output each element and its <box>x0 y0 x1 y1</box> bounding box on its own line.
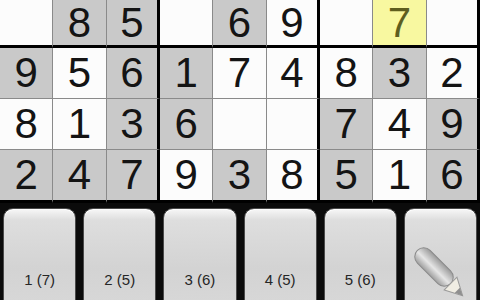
cell-r6c4[interactable] <box>160 0 213 48</box>
digit-button-label: 4 (5) <box>245 271 316 288</box>
cell-r9c7[interactable]: 5 <box>320 150 373 203</box>
cell-r6c9[interactable] <box>427 0 480 48</box>
cell-r9c3[interactable]: 7 <box>107 150 160 203</box>
cell-r6c6[interactable]: 9 <box>267 0 320 48</box>
digit-button-label: 2 (5) <box>84 271 155 288</box>
digit-button-2[interactable]: 2 (5) <box>83 208 156 300</box>
cell-r8c9[interactable]: 9 <box>427 99 480 150</box>
cell-r7c3[interactable]: 6 <box>107 48 160 99</box>
cell-r8c8[interactable]: 4 <box>373 99 426 150</box>
cell-r9c2[interactable]: 4 <box>53 150 106 203</box>
cell-r6c2[interactable]: 8 <box>53 0 106 48</box>
cell-r6c5[interactable]: 6 <box>213 0 266 48</box>
cell-r8c3[interactable]: 3 <box>107 99 160 150</box>
digit-button-3[interactable]: 3 (6) <box>163 208 236 300</box>
cell-r6c8[interactable]: 7 <box>373 0 426 48</box>
digit-button-4[interactable]: 4 (5) <box>244 208 317 300</box>
cell-r6c1[interactable] <box>0 0 53 48</box>
digit-button-label: 5 (6) <box>325 271 396 288</box>
cell-r8c7[interactable]: 7 <box>320 99 373 150</box>
cell-r6c7[interactable] <box>320 0 373 48</box>
cell-r8c1[interactable]: 8 <box>0 99 53 150</box>
cell-r6c3[interactable]: 5 <box>107 0 160 48</box>
cell-r9c1[interactable]: 2 <box>0 150 53 203</box>
number-keypad: 1 (7)2 (5)3 (6)4 (5)5 (6) <box>0 203 480 300</box>
cell-r7c1[interactable]: 9 <box>0 48 53 99</box>
cell-r7c8[interactable]: 3 <box>373 48 426 99</box>
cell-r8c5[interactable] <box>213 99 266 150</box>
cell-r9c4[interactable]: 9 <box>160 150 213 203</box>
digit-button-1[interactable]: 1 (7) <box>3 208 76 300</box>
cell-r7c9[interactable]: 2 <box>427 48 480 99</box>
sudoku-app-screen: 856979561748328136749247938516 1 (7)2 (5… <box>0 0 480 300</box>
cell-r7c6[interactable]: 4 <box>267 48 320 99</box>
digit-button-label: 1 (7) <box>4 271 75 288</box>
digit-button-label: 3 (6) <box>164 271 235 288</box>
cell-r7c2[interactable]: 5 <box>53 48 106 99</box>
pencil-icon <box>408 241 472 300</box>
cell-r7c4[interactable]: 1 <box>160 48 213 99</box>
cell-r7c5[interactable]: 7 <box>213 48 266 99</box>
cell-r9c8[interactable]: 1 <box>373 150 426 203</box>
cell-r9c5[interactable]: 3 <box>213 150 266 203</box>
cell-r8c2[interactable]: 1 <box>53 99 106 150</box>
cell-r8c4[interactable]: 6 <box>160 99 213 150</box>
cell-r7c7[interactable]: 8 <box>320 48 373 99</box>
cell-r9c9[interactable]: 6 <box>427 150 480 203</box>
pencil-mode-button[interactable] <box>404 208 477 300</box>
cell-r8c6[interactable] <box>267 99 320 150</box>
sudoku-board: 856979561748328136749247938516 <box>0 0 480 203</box>
digit-button-5[interactable]: 5 (6) <box>324 208 397 300</box>
cell-r9c6[interactable]: 8 <box>267 150 320 203</box>
